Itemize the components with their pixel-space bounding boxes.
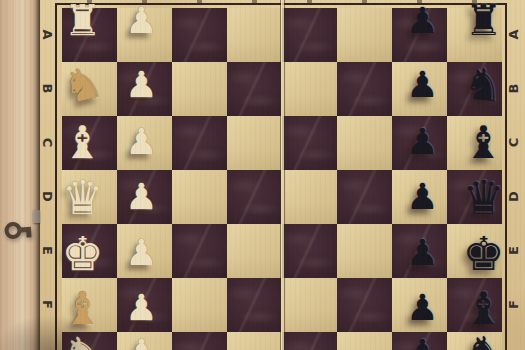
file-label-e-left: E: [40, 242, 55, 260]
piece-a8-black-rook[interactable]: ♜: [456, 0, 511, 48]
square-g3[interactable]: [172, 332, 227, 350]
square-a7[interactable]: ♟: [392, 8, 447, 62]
file-label-rail-right: ABCDEF: [504, 0, 524, 350]
cropped-rank-numeral-2: [142, 0, 147, 4]
square-a2[interactable]: ♟: [117, 8, 172, 62]
square-f8[interactable]: ♝: [447, 278, 502, 332]
square-e7[interactable]: ♟: [392, 224, 447, 278]
square-f7[interactable]: ♟: [392, 278, 447, 332]
square-c4[interactable]: [227, 116, 282, 170]
piece-b7-black-pawn[interactable]: ♟: [395, 58, 450, 112]
file-label-b-right: B: [506, 80, 521, 98]
table-surface: [0, 0, 40, 350]
piece-c8-black-bishop[interactable]: ♝: [456, 115, 511, 169]
piece-d7-black-pawn[interactable]: ♟: [395, 170, 450, 224]
cropped-rank-numeral-7: [417, 0, 422, 4]
square-g7[interactable]: ♟: [392, 332, 447, 350]
square-c5[interactable]: [282, 116, 337, 170]
file-label-b-left: B: [40, 80, 55, 98]
piece-d1-white-queen[interactable]: ♛: [55, 170, 110, 224]
square-d7[interactable]: ♟: [392, 170, 447, 224]
file-label-rail-left: ABCDEF: [38, 0, 56, 350]
piece-e2-white-pawn[interactable]: ♟: [114, 226, 169, 280]
piece-c1-white-bishop[interactable]: ♝: [55, 115, 110, 169]
piece-b1-white-knight[interactable]: ♞: [49, 52, 115, 118]
case-key-icon: [4, 216, 36, 244]
file-label-c-right: C: [506, 134, 521, 152]
piece-e1-white-king[interactable]: ♚: [55, 226, 110, 280]
square-a5[interactable]: [282, 8, 337, 62]
cropped-rank-numeral-4: [252, 0, 257, 4]
square-d1[interactable]: ♛: [62, 170, 117, 224]
board-hinge-seam: [280, 0, 285, 350]
square-e2[interactable]: ♟: [117, 224, 172, 278]
square-b7[interactable]: ♟: [392, 62, 447, 116]
square-a4[interactable]: [227, 8, 282, 62]
piece-e8-black-king[interactable]: ♚: [456, 226, 511, 280]
square-c6[interactable]: [337, 116, 392, 170]
square-b2[interactable]: ♟: [117, 62, 172, 116]
square-f2[interactable]: ♟: [117, 278, 172, 332]
piece-c2-white-pawn[interactable]: ♟: [114, 115, 169, 169]
chessboard-photo: ♜♟♟♜♞♟♟♞♝♟♟♝♛♟♟♛♚♟♟♚♝♟♟♝♞♟♟♞♜♟♟♜ ABCDEF …: [0, 0, 525, 350]
square-d5[interactable]: [282, 170, 337, 224]
square-f5[interactable]: [282, 278, 337, 332]
square-e8[interactable]: ♚: [447, 224, 502, 278]
piece-a7-black-pawn[interactable]: ♟: [395, 0, 450, 48]
file-label-a-left: A: [40, 26, 55, 44]
square-b6[interactable]: [337, 62, 392, 116]
square-g6[interactable]: [337, 332, 392, 350]
square-c3[interactable]: [172, 116, 227, 170]
piece-d8-black-queen[interactable]: ♛: [456, 170, 511, 224]
square-e6[interactable]: [337, 224, 392, 278]
square-b4[interactable]: [227, 62, 282, 116]
piece-g2-white-pawn[interactable]: ♟: [114, 326, 169, 350]
square-f6[interactable]: [337, 278, 392, 332]
square-c2[interactable]: ♟: [117, 116, 172, 170]
square-e4[interactable]: [227, 224, 282, 278]
square-b5[interactable]: [282, 62, 337, 116]
square-c1[interactable]: ♝: [62, 116, 117, 170]
piece-g7-black-pawn[interactable]: ♟: [395, 326, 450, 350]
square-d2[interactable]: ♟: [117, 170, 172, 224]
square-d3[interactable]: [172, 170, 227, 224]
piece-a1-white-rook[interactable]: ♜: [55, 0, 110, 48]
file-label-f-right: F: [506, 296, 521, 314]
file-label-f-left: F: [40, 296, 55, 314]
square-e3[interactable]: [172, 224, 227, 278]
square-g4[interactable]: [227, 332, 282, 350]
square-c7[interactable]: ♟: [392, 116, 447, 170]
key-bracket: [33, 210, 40, 223]
square-a6[interactable]: [337, 8, 392, 62]
file-label-d-left: D: [40, 188, 55, 206]
square-b3[interactable]: [172, 62, 227, 116]
square-g5[interactable]: [282, 332, 337, 350]
square-g2[interactable]: ♟: [117, 332, 172, 350]
square-b8[interactable]: ♞: [447, 62, 502, 116]
square-a3[interactable]: [172, 8, 227, 62]
piece-e7-black-pawn[interactable]: ♟: [395, 226, 450, 280]
square-b1[interactable]: ♞: [62, 62, 117, 116]
file-label-a-right: A: [506, 26, 521, 44]
piece-b2-white-pawn[interactable]: ♟: [114, 58, 169, 112]
piece-d2-white-pawn[interactable]: ♟: [114, 170, 169, 224]
square-f4[interactable]: [227, 278, 282, 332]
cropped-rank-numeral-1: [87, 0, 92, 4]
square-e5[interactable]: [282, 224, 337, 278]
cropped-rank-numeral-6: [362, 0, 367, 4]
square-d8[interactable]: ♛: [447, 170, 502, 224]
file-label-c-left: C: [40, 134, 55, 152]
file-label-e-right: E: [506, 242, 521, 260]
piece-a2-white-pawn[interactable]: ♟: [114, 0, 169, 48]
square-d6[interactable]: [337, 170, 392, 224]
piece-c7-black-pawn[interactable]: ♟: [395, 115, 450, 169]
square-a8[interactable]: ♜: [447, 8, 502, 62]
square-c8[interactable]: ♝: [447, 116, 502, 170]
file-label-d-right: D: [506, 188, 521, 206]
square-e1[interactable]: ♚: [62, 224, 117, 278]
square-f3[interactable]: [172, 278, 227, 332]
cropped-rank-numeral-3: [197, 0, 202, 4]
square-d4[interactable]: [227, 170, 282, 224]
cropped-rank-numeral-5: [307, 0, 312, 4]
square-a1[interactable]: ♜: [62, 8, 117, 62]
cropped-rank-numeral-8: [472, 0, 477, 4]
